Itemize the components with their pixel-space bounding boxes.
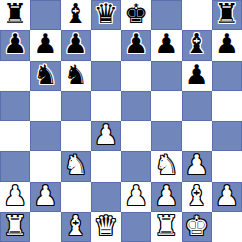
square-h2[interactable]: ♟: [212, 182, 242, 212]
square-d4[interactable]: ♟: [91, 121, 121, 151]
square-b7[interactable]: ♟: [30, 30, 60, 60]
square-e5[interactable]: [121, 91, 151, 121]
square-f5[interactable]: [151, 91, 181, 121]
square-d7[interactable]: [91, 30, 121, 60]
black-pawn[interactable]: ♟: [185, 61, 209, 90]
white-bishop[interactable]: ♝: [185, 182, 209, 211]
black-pawn[interactable]: ♟: [64, 30, 88, 59]
square-g1[interactable]: ♚: [182, 212, 212, 242]
white-pawn[interactable]: ♟: [154, 182, 178, 211]
square-a8[interactable]: ♜: [0, 0, 30, 30]
square-g8[interactable]: [182, 0, 212, 30]
chess-board: ♜♝♛♚♜♟♟♟♟♟♝♟♞♞♟♟♞♞♟♟♟♟♟♝♟♜♝♛♜♚: [0, 0, 242, 242]
square-h6[interactable]: [212, 61, 242, 91]
white-pawn[interactable]: ♟: [185, 151, 209, 180]
square-b6[interactable]: ♞: [30, 61, 60, 91]
white-rook[interactable]: ♜: [154, 212, 178, 241]
square-f1[interactable]: ♜: [151, 212, 181, 242]
square-h3[interactable]: [212, 151, 242, 181]
square-g5[interactable]: [182, 91, 212, 121]
square-d6[interactable]: [91, 61, 121, 91]
square-c1[interactable]: ♝: [61, 212, 91, 242]
black-pawn[interactable]: ♟: [3, 30, 27, 59]
black-pawn[interactable]: ♟: [124, 30, 148, 59]
square-d8[interactable]: ♛: [91, 0, 121, 30]
square-d2[interactable]: [91, 182, 121, 212]
square-c8[interactable]: ♝: [61, 0, 91, 30]
black-knight[interactable]: ♞: [64, 61, 88, 90]
black-bishop[interactable]: ♝: [64, 0, 88, 29]
white-pawn[interactable]: ♟: [124, 182, 148, 211]
black-queen[interactable]: ♛: [94, 0, 118, 29]
square-f3[interactable]: ♞: [151, 151, 181, 181]
square-c3[interactable]: ♞: [61, 151, 91, 181]
black-knight[interactable]: ♞: [33, 61, 57, 90]
black-bishop[interactable]: ♝: [185, 30, 209, 59]
square-e2[interactable]: ♟: [121, 182, 151, 212]
square-a5[interactable]: [0, 91, 30, 121]
square-a6[interactable]: [0, 61, 30, 91]
square-h1[interactable]: [212, 212, 242, 242]
white-bishop[interactable]: ♝: [64, 212, 88, 241]
chess-board-container: ♜♝♛♚♜♟♟♟♟♟♝♟♞♞♟♟♞♞♟♟♟♟♟♝♟♜♝♛♜♚: [0, 0, 242, 242]
square-b3[interactable]: [30, 151, 60, 181]
square-h8[interactable]: ♜: [212, 0, 242, 30]
square-h5[interactable]: [212, 91, 242, 121]
square-d5[interactable]: [91, 91, 121, 121]
square-f7[interactable]: ♟: [151, 30, 181, 60]
square-e3[interactable]: [121, 151, 151, 181]
square-b8[interactable]: [30, 0, 60, 30]
black-king[interactable]: ♚: [124, 0, 148, 29]
white-queen[interactable]: ♛: [94, 212, 118, 241]
square-e6[interactable]: [121, 61, 151, 91]
square-b1[interactable]: [30, 212, 60, 242]
square-e7[interactable]: ♟: [121, 30, 151, 60]
square-f6[interactable]: [151, 61, 181, 91]
square-c5[interactable]: [61, 91, 91, 121]
square-a2[interactable]: ♟: [0, 182, 30, 212]
black-pawn[interactable]: ♟: [33, 30, 57, 59]
white-pawn[interactable]: ♟: [33, 182, 57, 211]
black-pawn[interactable]: ♟: [215, 30, 239, 59]
square-b5[interactable]: [30, 91, 60, 121]
square-e8[interactable]: ♚: [121, 0, 151, 30]
square-h7[interactable]: ♟: [212, 30, 242, 60]
square-g7[interactable]: ♝: [182, 30, 212, 60]
black-rook[interactable]: ♜: [215, 0, 239, 29]
square-d1[interactable]: ♛: [91, 212, 121, 242]
square-f2[interactable]: ♟: [151, 182, 181, 212]
square-c2[interactable]: [61, 182, 91, 212]
square-b2[interactable]: ♟: [30, 182, 60, 212]
square-a1[interactable]: ♜: [0, 212, 30, 242]
square-c7[interactable]: ♟: [61, 30, 91, 60]
square-g3[interactable]: ♟: [182, 151, 212, 181]
square-a4[interactable]: [0, 121, 30, 151]
square-g6[interactable]: ♟: [182, 61, 212, 91]
black-rook[interactable]: ♜: [3, 0, 27, 29]
square-d3[interactable]: [91, 151, 121, 181]
square-h4[interactable]: [212, 121, 242, 151]
square-e1[interactable]: [121, 212, 151, 242]
square-c4[interactable]: [61, 121, 91, 151]
white-pawn[interactable]: ♟: [94, 121, 118, 150]
square-b4[interactable]: [30, 121, 60, 151]
square-g2[interactable]: ♝: [182, 182, 212, 212]
white-king[interactable]: ♚: [185, 212, 209, 241]
white-knight[interactable]: ♞: [64, 151, 88, 180]
square-a7[interactable]: ♟: [0, 30, 30, 60]
square-f4[interactable]: [151, 121, 181, 151]
square-a3[interactable]: [0, 151, 30, 181]
white-pawn[interactable]: ♟: [215, 182, 239, 211]
square-c6[interactable]: ♞: [61, 61, 91, 91]
square-e4[interactable]: [121, 121, 151, 151]
square-g4[interactable]: [182, 121, 212, 151]
square-f8[interactable]: [151, 0, 181, 30]
white-knight[interactable]: ♞: [154, 151, 178, 180]
white-pawn[interactable]: ♟: [3, 182, 27, 211]
black-pawn[interactable]: ♟: [154, 30, 178, 59]
white-rook[interactable]: ♜: [3, 212, 27, 241]
